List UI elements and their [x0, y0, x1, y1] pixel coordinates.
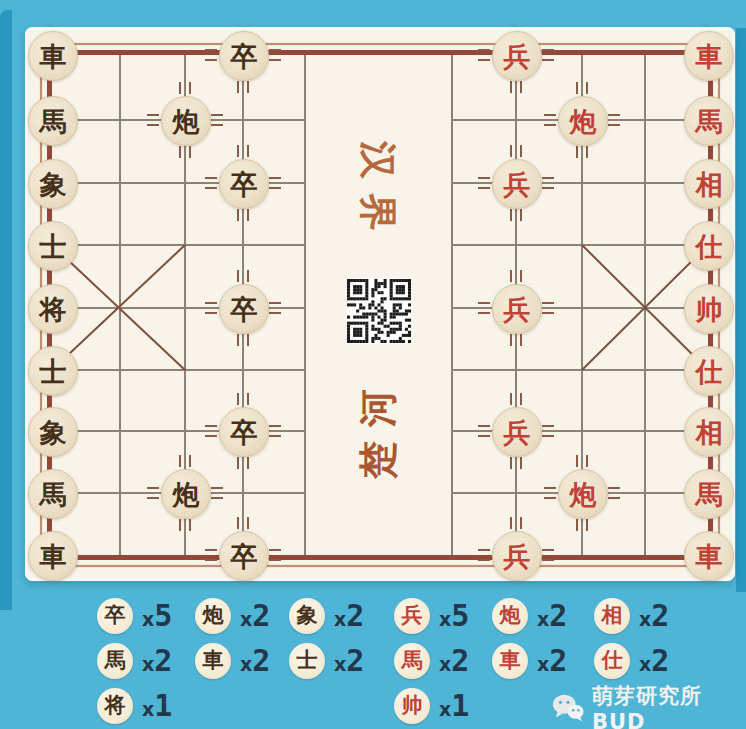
- legend-piece-red: 馬: [394, 643, 430, 679]
- piece-black-c0r4[interactable]: 将: [28, 284, 78, 334]
- legend-item: 象x2: [289, 593, 394, 638]
- legend-count: x2: [537, 643, 567, 678]
- legend-item: 士x2: [289, 638, 394, 683]
- legend-count: x2: [639, 598, 669, 633]
- legend-piece-black: 炮: [195, 598, 231, 634]
- piece-red-c6r0[interactable]: 兵: [492, 31, 542, 81]
- piece-red-c6r2[interactable]: 兵: [492, 159, 542, 209]
- legend-count: x1: [142, 688, 172, 723]
- piece-red-c9r2[interactable]: 相: [684, 159, 734, 209]
- piece-red-c6r8[interactable]: 兵: [492, 531, 542, 581]
- legend-count: x2: [334, 598, 364, 633]
- legend-piece-red: 車: [492, 643, 528, 679]
- legend-count: x2: [240, 598, 270, 633]
- legend-count: x2: [639, 643, 669, 678]
- legend-item: 炮x2: [492, 593, 594, 638]
- piece-red-c9r7[interactable]: 馬: [684, 469, 734, 519]
- piece-black-c3r2[interactable]: 卒: [219, 159, 269, 209]
- legend-item: 仕x2: [594, 638, 690, 683]
- legend-piece-black: 将: [97, 688, 133, 724]
- piece-black-c2r7[interactable]: 炮: [161, 469, 211, 519]
- legend-piece-red: 炮: [492, 598, 528, 634]
- xiangqi-board: 汉界 楚河 車馬象士将士象馬車炮炮卒卒卒卒卒兵兵兵兵兵炮炮車馬相仕帅仕相馬車: [25, 27, 735, 581]
- piece-red-c6r4[interactable]: 兵: [492, 284, 542, 334]
- legend-empty-cell: [195, 683, 289, 728]
- piece-black-c3r8[interactable]: 卒: [219, 531, 269, 581]
- legend-item: 将x1: [97, 683, 195, 728]
- legend-item: 車x2: [195, 638, 289, 683]
- watermark-text: 萌芽研究所BUD: [592, 682, 746, 729]
- watermark: 萌芽研究所BUD: [552, 682, 746, 729]
- piece-red-c7r1[interactable]: 炮: [558, 96, 608, 146]
- legend-piece-black: 士: [289, 643, 325, 679]
- piece-black-c0r6[interactable]: 象: [28, 407, 78, 457]
- legend-item: 馬x2: [394, 638, 492, 683]
- legend-piece-black: 卒: [97, 598, 133, 634]
- piece-black-c0r5[interactable]: 士: [28, 346, 78, 396]
- legend-count: x1: [439, 688, 469, 723]
- legend-piece-red: 兵: [394, 598, 430, 634]
- piece-black-c0r8[interactable]: 車: [28, 531, 78, 581]
- piece-red-c9r6[interactable]: 相: [684, 407, 734, 457]
- left-edge-strip: [0, 10, 12, 610]
- legend-piece-red: 仕: [594, 643, 630, 679]
- legend-item: 相x2: [594, 593, 690, 638]
- piece-red-c7r7[interactable]: 炮: [558, 469, 608, 519]
- legend-item: 馬x2: [97, 638, 195, 683]
- legend-item: 車x2: [492, 638, 594, 683]
- legend-count: x2: [142, 643, 172, 678]
- legend-count: x5: [439, 598, 469, 633]
- legend-item: 卒x5: [97, 593, 195, 638]
- legend-count: x2: [537, 598, 567, 633]
- piece-red-c9r4[interactable]: 帅: [684, 284, 734, 334]
- wechat-icon: [552, 693, 584, 723]
- piece-black-c3r6[interactable]: 卒: [219, 407, 269, 457]
- legend-item: 帅x1: [394, 683, 492, 728]
- piece-red-c9r0[interactable]: 車: [684, 31, 734, 81]
- piece-black-c0r1[interactable]: 馬: [28, 96, 78, 146]
- legend-piece-red: 帅: [394, 688, 430, 724]
- piece-black-c0r7[interactable]: 馬: [28, 469, 78, 519]
- piece-black-c3r0[interactable]: 卒: [219, 31, 269, 81]
- pieces-layer: 車馬象士将士象馬車炮炮卒卒卒卒卒兵兵兵兵兵炮炮車馬相仕帅仕相馬車: [52, 55, 708, 555]
- legend-count: x5: [142, 598, 172, 633]
- legend-count: x2: [240, 643, 270, 678]
- legend-item: 兵x5: [394, 593, 492, 638]
- legend-piece-black: 車: [195, 643, 231, 679]
- piece-black-c0r0[interactable]: 車: [28, 31, 78, 81]
- legend-piece-black: 馬: [97, 643, 133, 679]
- piece-red-c9r1[interactable]: 馬: [684, 96, 734, 146]
- piece-black-c3r4[interactable]: 卒: [219, 284, 269, 334]
- piece-red-c9r5[interactable]: 仕: [684, 346, 734, 396]
- piece-black-c0r3[interactable]: 士: [28, 221, 78, 271]
- piece-red-c6r6[interactable]: 兵: [492, 407, 542, 457]
- legend-piece-black: 象: [289, 598, 325, 634]
- legend-count: x2: [334, 643, 364, 678]
- legend-empty-cell: [289, 683, 394, 728]
- legend-piece-red: 相: [594, 598, 630, 634]
- right-edge-strip: [736, 28, 746, 592]
- piece-red-c9r8[interactable]: 車: [684, 531, 734, 581]
- piece-black-c2r1[interactable]: 炮: [161, 96, 211, 146]
- legend-item: 炮x2: [195, 593, 289, 638]
- piece-red-c9r3[interactable]: 仕: [684, 221, 734, 271]
- legend-count: x2: [439, 643, 469, 678]
- piece-black-c0r2[interactable]: 象: [28, 159, 78, 209]
